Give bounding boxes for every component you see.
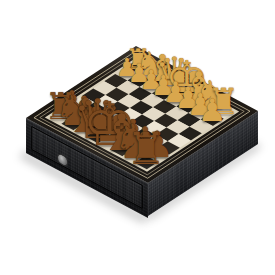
pieces-layer: ♜♞♝♛♚♝♞♜♟♟♟♟♟♟♟♟♟♟♟♟♟♟♟♟♜♞♝♛♚♝♞♜ <box>0 0 275 275</box>
black-rook: ♜ <box>126 127 166 171</box>
white-pawn: ♟ <box>198 95 226 126</box>
chess-set-product-photo: ♜♞♝♛♚♝♞♜♟♟♟♟♟♟♟♟♟♟♟♟♟♟♟♟♜♞♝♛♚♝♞♜ <box>0 0 275 275</box>
